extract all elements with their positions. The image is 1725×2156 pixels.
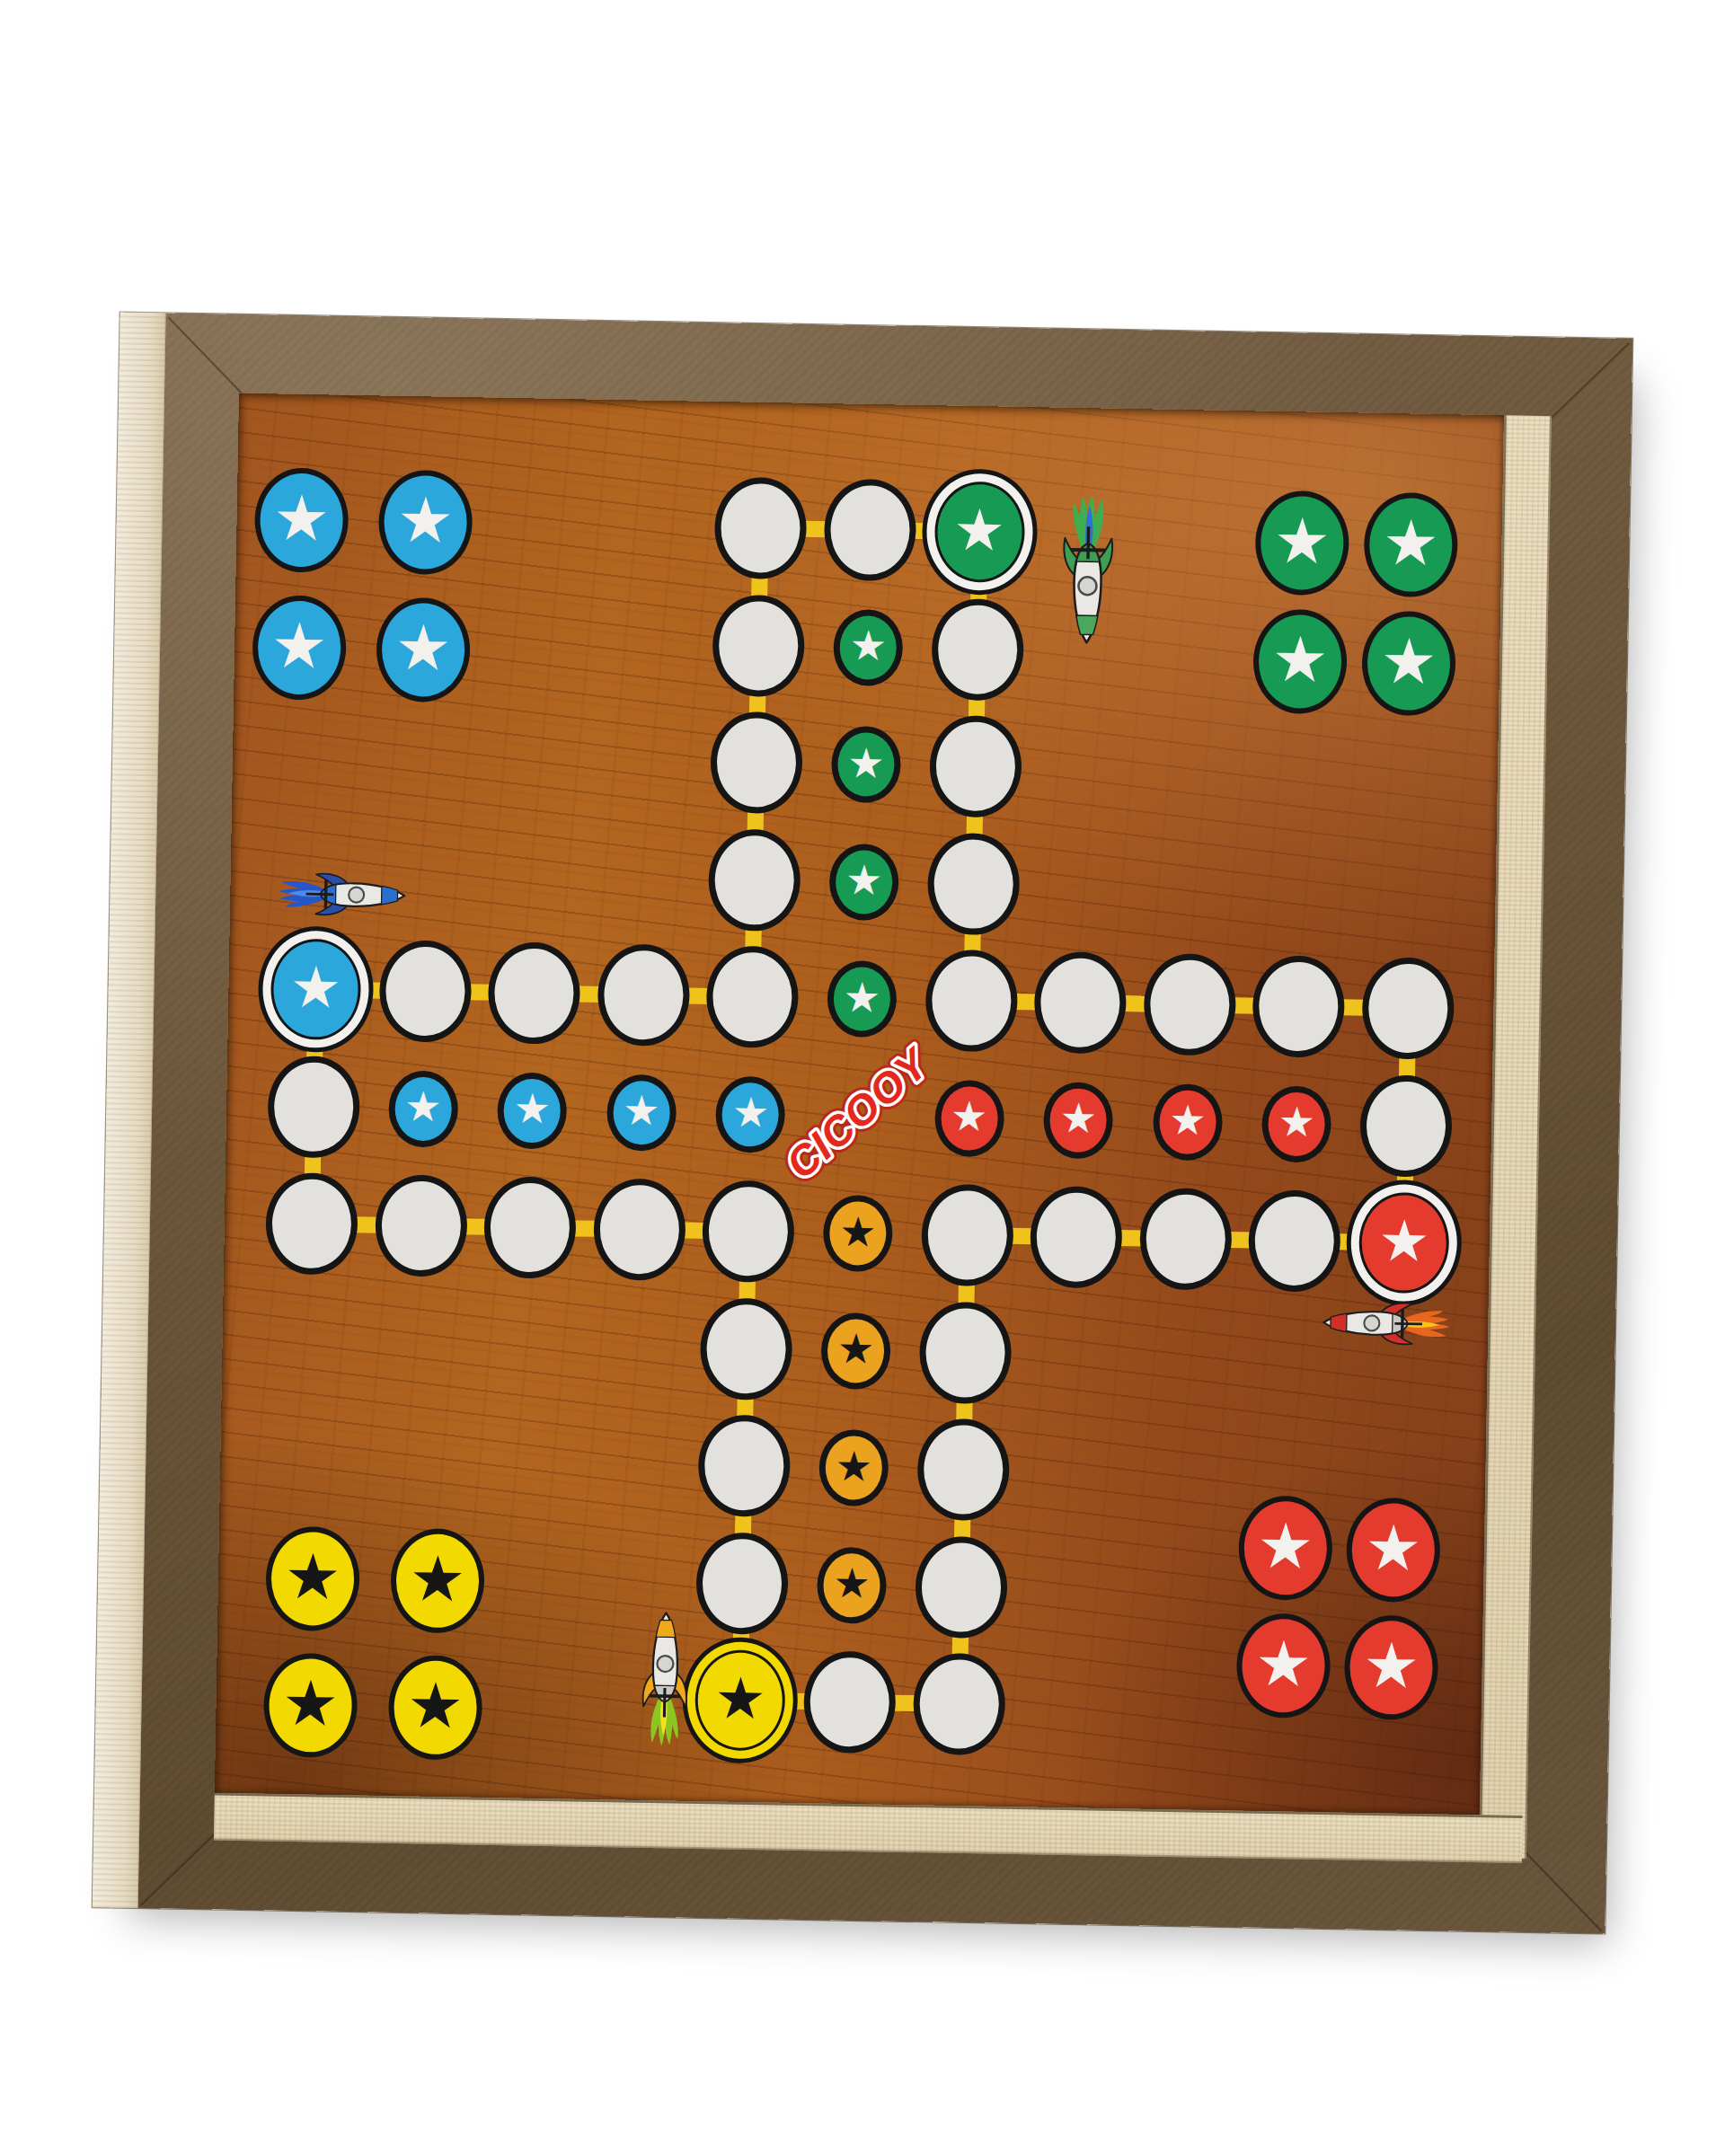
star-icon: ★: [1169, 1099, 1207, 1141]
track-circle-r1c6[interactable]: [824, 479, 917, 582]
star-icon: ★: [1378, 1212, 1430, 1270]
red-home-column-circle[interactable]: ★: [1153, 1083, 1223, 1161]
star-icon: ★: [1382, 511, 1439, 575]
star-icon: ★: [847, 742, 885, 784]
blue-rocket-icon: [277, 869, 409, 920]
green-home-column-circle[interactable]: ★: [828, 843, 898, 920]
star-icon: ★: [282, 1672, 340, 1736]
blue-start-circle[interactable]: ★: [270, 938, 362, 1040]
green-yard-circle-1[interactable]: ★: [1254, 490, 1349, 596]
star-icon: ★: [843, 976, 880, 1019]
green-yard-circle-4[interactable]: ★: [1361, 611, 1456, 717]
blue-home-column-circle[interactable]: ★: [606, 1074, 677, 1151]
track-circle-r2c7[interactable]: [931, 597, 1024, 701]
red-rocket-icon: [1320, 1298, 1452, 1349]
track-circle-r5c2[interactable]: [378, 940, 472, 1043]
frame-miter-joint: [1551, 342, 1630, 419]
star-icon: ★: [833, 1562, 871, 1604]
star-icon: ★: [404, 1086, 442, 1128]
star-icon: ★: [273, 486, 331, 550]
track-circle-r5c4[interactable]: [597, 943, 690, 1047]
track-circle-r5c5[interactable]: [706, 945, 800, 1048]
red-home-column-circle[interactable]: ★: [1043, 1082, 1113, 1159]
blue-yard-circle-1[interactable]: ★: [254, 467, 349, 573]
frame-miter-joint: [140, 1830, 219, 1906]
track-circle-r4c7[interactable]: [926, 832, 1020, 935]
yellow-home-column-circle[interactable]: ★: [817, 1546, 887, 1623]
star-icon: ★: [845, 859, 883, 901]
star-icon: ★: [835, 1445, 872, 1488]
yellow-yard-circle-2[interactable]: ★: [390, 1528, 485, 1634]
track-circle-r5c8[interactable]: [1034, 951, 1128, 1055]
star-icon: ★: [407, 1674, 464, 1737]
star-icon: ★: [289, 959, 341, 1017]
frame-miter-joint: [1526, 1852, 1602, 1931]
star-icon: ★: [1255, 1632, 1313, 1696]
star-icon: ★: [732, 1091, 770, 1134]
track-circle-r4c5[interactable]: [708, 828, 801, 932]
frame-miter-joint: [168, 317, 244, 396]
red-start-circle[interactable]: ★: [1358, 1192, 1450, 1294]
star-icon: ★: [1365, 1516, 1422, 1580]
red-yard-circle-2[interactable]: ★: [1346, 1497, 1441, 1603]
track-circle-r7c9[interactable]: [1139, 1188, 1233, 1291]
track-circle-r7c7[interactable]: [920, 1184, 1013, 1287]
red-home-column-circle[interactable]: ★: [1261, 1085, 1331, 1162]
green-home-column-circle[interactable]: ★: [827, 960, 897, 1038]
star-icon: ★: [623, 1090, 660, 1132]
star-icon: ★: [1380, 630, 1437, 694]
frame-outer-edge: [93, 312, 166, 1908]
yellow-rocket-icon: [638, 1608, 692, 1748]
blue-home-column-circle[interactable]: ★: [388, 1070, 458, 1147]
track-circle-r8c5[interactable]: [700, 1297, 793, 1401]
yellow-yard-circle-4[interactable]: ★: [388, 1655, 483, 1761]
green-yard-circle-3[interactable]: ★: [1252, 609, 1348, 715]
red-yard-circle-4[interactable]: ★: [1344, 1614, 1439, 1720]
track-circle-r3c7[interactable]: [929, 715, 1022, 818]
track-circle-r7c10[interactable]: [1248, 1189, 1341, 1293]
yellow-home-column-circle[interactable]: ★: [818, 1429, 889, 1507]
green-rocket-icon: [1057, 492, 1118, 648]
ludo-board-photo: ★★★★★★★★★★CICOOYCICOOYCICOOY★★★★★★★★★★★★…: [0, 0, 1725, 2156]
star-icon: ★: [953, 501, 1005, 560]
track-circle-r9c7[interactable]: [916, 1418, 1010, 1522]
star-icon: ★: [394, 616, 452, 680]
star-icon: ★: [839, 1211, 877, 1253]
star-icon: ★: [1059, 1097, 1097, 1139]
green-yard-circle-2[interactable]: ★: [1363, 492, 1458, 598]
ludo-board-surface: ★★★★★★★★★★CICOOYCICOOYCICOOY★★★★★★★★★★★★…: [215, 393, 1504, 1815]
blue-yard-circle-3[interactable]: ★: [252, 595, 347, 701]
svg-text:CICOOY: CICOOY: [777, 1038, 940, 1188]
star-icon: ★: [849, 624, 887, 667]
track-circle-r7c8[interactable]: [1030, 1186, 1123, 1289]
star-icon: ★: [714, 1669, 766, 1727]
track-circle-r5c11[interactable]: [1361, 957, 1455, 1060]
track-circle-r1c5[interactable]: [714, 477, 808, 580]
wooden-tray-frame: ★★★★★★★★★★CICOOYCICOOYCICOOY★★★★★★★★★★★★…: [93, 312, 1633, 1933]
track-circle-r5c9[interactable]: [1143, 953, 1236, 1056]
yellow-yard-circle-1[interactable]: ★: [265, 1525, 360, 1631]
blue-yard-circle-2[interactable]: ★: [378, 470, 473, 576]
star-icon: ★: [1278, 1101, 1315, 1144]
star-icon: ★: [837, 1328, 875, 1370]
track-circle-r5c3[interactable]: [488, 941, 581, 1045]
track-circle-r2c5[interactable]: [712, 594, 806, 697]
yellow-home-column-circle[interactable]: ★: [820, 1312, 890, 1389]
blue-yard-circle-4[interactable]: ★: [376, 596, 471, 702]
red-yard-circle-3[interactable]: ★: [1236, 1613, 1331, 1719]
star-icon: ★: [270, 614, 328, 677]
yellow-start-circle[interactable]: ★: [694, 1649, 786, 1752]
star-icon: ★: [1271, 628, 1329, 692]
track-circle-r6c11[interactable]: [1359, 1074, 1453, 1178]
yellow-yard-circle-3[interactable]: ★: [263, 1652, 358, 1758]
green-home-column-circle[interactable]: ★: [831, 726, 901, 803]
track-circle-r11c7[interactable]: [912, 1653, 1005, 1756]
track-circle-r11c6[interactable]: [803, 1650, 897, 1754]
yellow-home-column-circle[interactable]: ★: [823, 1195, 893, 1272]
star-icon: ★: [284, 1545, 341, 1609]
blue-home-column-circle[interactable]: ★: [497, 1072, 567, 1149]
star-icon: ★: [951, 1095, 988, 1137]
track-circle-r7c3[interactable]: [483, 1176, 577, 1279]
star-icon: ★: [1273, 509, 1331, 573]
track-circle-r10c5[interactable]: [695, 1532, 789, 1635]
track-circle-r8c7[interactable]: [918, 1301, 1012, 1404]
star-icon: ★: [397, 489, 455, 552]
track-circle-r5c10[interactable]: [1252, 955, 1346, 1058]
star-icon: ★: [409, 1547, 466, 1611]
track-circle-r10c7[interactable]: [915, 1535, 1008, 1639]
red-yard-circle-1[interactable]: ★: [1238, 1495, 1333, 1601]
green-home-column-circle[interactable]: ★: [833, 608, 903, 685]
track-circle-r3c5[interactable]: [710, 711, 803, 815]
star-icon: ★: [1363, 1634, 1420, 1698]
star-icon: ★: [1257, 1515, 1314, 1578]
green-start-circle[interactable]: ★: [933, 481, 1025, 583]
track-circle-r9c5[interactable]: [698, 1414, 792, 1517]
star-icon: ★: [513, 1088, 551, 1130]
track-circle-r7c1[interactable]: [265, 1172, 358, 1276]
track-circle-r7c4[interactable]: [593, 1178, 686, 1281]
track-circle-r7c2[interactable]: [375, 1174, 468, 1277]
track-circle-r6c1[interactable]: [267, 1055, 360, 1158]
